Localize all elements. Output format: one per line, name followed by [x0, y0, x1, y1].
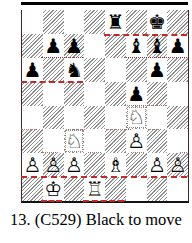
- top-rule-line: [21, 2, 188, 5]
- square-d1: ♖: [84, 177, 105, 201]
- square-g4: [147, 106, 168, 130]
- square-e5: [105, 82, 126, 106]
- scan-underline: [106, 129, 131, 130]
- square-h5: [167, 82, 188, 106]
- square-e2: ♗: [105, 153, 126, 177]
- diagram-caption: 13. (C529) Black to move: [0, 210, 192, 230]
- square-c7: ♟: [64, 34, 85, 58]
- square-b6: [43, 58, 64, 82]
- square-c6: ♞: [64, 58, 85, 82]
- square-e7: [105, 34, 126, 58]
- square-g5: [147, 82, 168, 106]
- square-f7: ♝: [126, 34, 147, 58]
- white-rook-icon: ♖: [86, 179, 104, 199]
- scan-underline: [21, 81, 83, 83]
- black-rook-icon: ♜: [106, 12, 124, 32]
- chess-board: ♜♚♟♟♝♝♟♟♞♟♟♘♘♙♙♙♙♗♙♙♔♖: [21, 10, 189, 203]
- square-f2: [126, 153, 147, 177]
- white-pawn-icon: ♙: [65, 155, 83, 175]
- black-bishop-icon: ♝: [148, 36, 166, 56]
- black-king-icon: ♚: [148, 12, 166, 32]
- square-c5: [64, 82, 85, 106]
- black-bishop-icon: ♝: [127, 36, 145, 56]
- white-pawn-icon: ♙: [169, 155, 187, 175]
- square-f6: [126, 58, 147, 82]
- square-b4: [43, 106, 64, 130]
- square-a6: ♟: [22, 58, 43, 82]
- white-king-icon: ♔: [44, 179, 62, 199]
- square-e3: [105, 129, 126, 153]
- square-b5: [43, 82, 64, 106]
- black-pawn-icon: ♟: [127, 84, 145, 104]
- square-d2: [84, 153, 105, 177]
- square-c2: ♙: [64, 153, 85, 177]
- black-pawn-icon: ♟: [148, 60, 166, 80]
- scan-underline: [68, 129, 85, 130]
- scan-underline: [41, 200, 62, 202]
- square-d8: [84, 10, 105, 34]
- white-pawn-icon: ♙: [44, 155, 62, 175]
- square-g6: ♟: [147, 58, 168, 82]
- scan-underline: [180, 152, 187, 153]
- scan-underline: [88, 152, 101, 153]
- square-d5: [84, 82, 105, 106]
- square-a1: [22, 177, 43, 201]
- square-g3: [147, 129, 168, 153]
- scan-underline: [148, 129, 161, 130]
- black-pawn-icon: ♟: [65, 36, 83, 56]
- square-h6: [167, 58, 188, 82]
- square-a2: ♙: [22, 153, 43, 177]
- square-g1: [147, 177, 168, 201]
- square-d4: [84, 106, 105, 130]
- white-knight-icon: ♘: [127, 107, 145, 127]
- square-h8: [167, 10, 188, 34]
- square-g7: ♝: [147, 34, 168, 58]
- square-e6: [105, 58, 126, 82]
- square-d6: [84, 58, 105, 82]
- black-knight-icon: ♞: [65, 60, 83, 80]
- white-pawn-icon: ♙: [127, 131, 145, 151]
- scan-underline: [131, 152, 144, 153]
- square-e8: ♜: [105, 10, 126, 34]
- square-a7: [22, 34, 43, 58]
- square-f5: ♟: [126, 82, 147, 106]
- white-pawn-icon: ♙: [148, 155, 166, 175]
- white-bishop-icon: ♗: [106, 155, 124, 175]
- square-g8: ♚: [147, 10, 168, 34]
- square-c1: [64, 177, 85, 201]
- square-h4: [167, 106, 188, 130]
- square-c8: [64, 10, 85, 34]
- black-pawn-icon: ♟: [44, 36, 62, 56]
- white-pawn-icon: ♙: [23, 155, 41, 175]
- square-d3: [84, 129, 105, 153]
- square-f8: [126, 10, 147, 34]
- black-pawn-icon: ♟: [169, 36, 187, 56]
- square-h3: [167, 129, 188, 153]
- chess-diagram-page: ♜♚♟♟♝♝♟♟♞♟♟♘♘♙♙♙♙♗♙♙♔♖ 13. (C529) Black …: [0, 0, 192, 243]
- square-f1: [126, 177, 147, 201]
- scan-underline: [21, 129, 37, 130]
- square-c4: [64, 106, 85, 130]
- piece-halo-box: ♘: [65, 130, 84, 151]
- square-a3: [22, 129, 43, 153]
- square-b7: ♟: [43, 34, 64, 58]
- scan-underline: [104, 34, 187, 36]
- square-e1: [105, 177, 126, 201]
- square-e4: [105, 106, 126, 130]
- square-f3: ♙: [126, 129, 147, 153]
- square-d7: [84, 34, 105, 58]
- black-pawn-icon: ♟: [23, 60, 41, 80]
- square-a4: [22, 106, 43, 130]
- scan-underline: [41, 57, 83, 58]
- white-knight-icon: ♘: [65, 131, 83, 151]
- square-b2: ♙: [43, 153, 64, 177]
- square-a5: [22, 82, 43, 106]
- scan-underline: [21, 176, 187, 178]
- square-h2: ♙: [167, 153, 188, 177]
- piece-halo-box: ♘: [127, 107, 146, 128]
- square-h7: ♟: [167, 34, 188, 58]
- scan-underline: [41, 152, 58, 153]
- square-b8: [43, 10, 64, 34]
- scan-underline: [124, 57, 187, 58]
- square-a8: [22, 10, 43, 34]
- square-f4: ♘: [126, 106, 147, 130]
- square-g2: ♙: [147, 153, 168, 177]
- scan-underline: [83, 200, 124, 202]
- square-c3: ♘: [64, 129, 85, 153]
- square-h1: [167, 177, 188, 201]
- square-b3: [43, 129, 64, 153]
- square-b1: ♔: [43, 177, 64, 201]
- scan-underline: [124, 105, 166, 106]
